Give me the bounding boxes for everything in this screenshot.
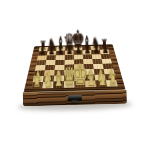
chess-board: ♜♞♝♛♚♝♞♜♟♟♟♟♟♟♟♟♟♟♟♟♟♟♟♟♜♞♝♛♚♝♞♜	[24, 44, 126, 92]
piece-black-pawn: ♟	[102, 43, 109, 55]
piece-black-pawn: ♟	[48, 44, 55, 56]
piece-black-pawn: ♟	[39, 45, 46, 57]
square-f7: ♟	[82, 50, 91, 55]
piece-black-pawn: ♟	[57, 44, 64, 56]
piece-black-pawn: ♟	[84, 43, 91, 55]
piece-white-rook: ♜	[108, 71, 117, 87]
metal-clasp-icon	[68, 95, 82, 101]
square-b7: ♟	[47, 51, 56, 56]
square-a1: ♜	[31, 82, 43, 89]
piece-black-pawn: ♟	[75, 44, 82, 56]
square-c7: ♟	[56, 51, 65, 56]
square-g7: ♟	[91, 50, 101, 55]
square-h1: ♜	[106, 80, 118, 87]
square-e1: ♚	[74, 81, 85, 88]
board-grid: ♜♞♝♛♚♝♞♜♟♟♟♟♟♟♟♟♟♟♟♟♟♟♟♟♜♞♝♛♚♝♞♜	[31, 45, 117, 88]
piece-white-knight: ♞	[42, 70, 53, 89]
box-front-panel	[23, 90, 127, 107]
chess-set-photo: ♜♞♝♛♚♝♞♜♟♟♟♟♟♟♟♟♟♟♟♟♟♟♟♟♜♞♝♛♚♝♞♜	[0, 0, 150, 150]
piece-white-rook: ♜	[32, 73, 41, 89]
piece-black-pawn: ♟	[66, 44, 73, 56]
square-e7: ♟	[74, 50, 83, 55]
piece-white-knight: ♞	[96, 69, 107, 88]
photo-background: ♜♞♝♛♚♝♞♜♟♟♟♟♟♟♟♟♟♟♟♟♟♟♟♟♜♞♝♛♚♝♞♜	[0, 0, 150, 150]
square-d7: ♟	[65, 51, 74, 56]
piece-black-pawn: ♟	[93, 43, 100, 55]
piece-white-king: ♚	[71, 60, 88, 90]
